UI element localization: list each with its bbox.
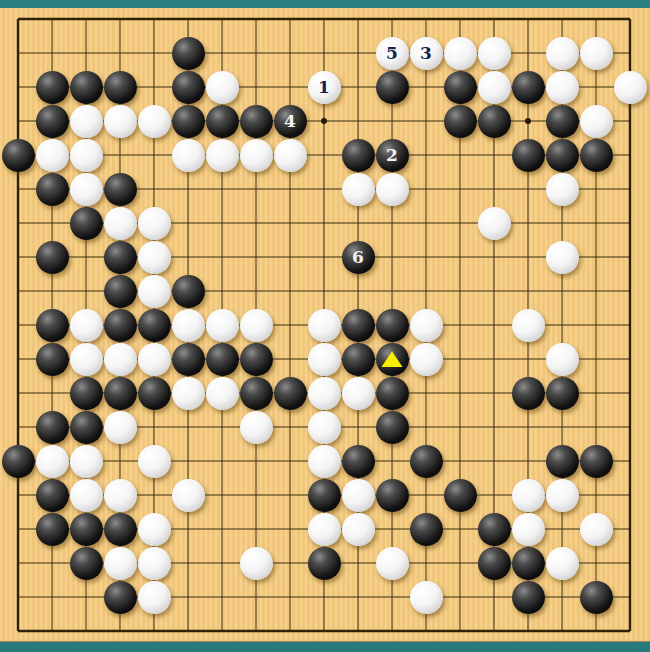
- stone-white: [308, 513, 341, 546]
- stone-black: [342, 241, 375, 274]
- stone-black: [240, 377, 273, 410]
- stone-black: [104, 173, 137, 206]
- stone-black: [138, 377, 171, 410]
- stone-black: [172, 105, 205, 138]
- stone-white: [138, 241, 171, 274]
- stone-black: [2, 139, 35, 172]
- stone-white: [240, 139, 273, 172]
- stone-black: [376, 377, 409, 410]
- stone-white: [342, 173, 375, 206]
- stone-white: [70, 445, 103, 478]
- stone-white: [546, 479, 579, 512]
- stone-black: [410, 513, 443, 546]
- stone-white: [206, 139, 239, 172]
- stone-black: [444, 71, 477, 104]
- stone-black: [70, 411, 103, 444]
- stone-white: [308, 377, 341, 410]
- star-point: [525, 118, 531, 124]
- stone-black: [240, 343, 273, 376]
- stone-black: [36, 241, 69, 274]
- stone-black: [444, 105, 477, 138]
- stone-white: [104, 547, 137, 580]
- stone-black: [70, 207, 103, 240]
- stone-black: [70, 377, 103, 410]
- stone-white: [240, 547, 273, 580]
- stone-white: [138, 513, 171, 546]
- stone-white: [546, 37, 579, 70]
- stone-black: [104, 513, 137, 546]
- stone-white: [172, 139, 205, 172]
- stone-white: [138, 547, 171, 580]
- stone-white: [70, 343, 103, 376]
- stone-white: [206, 309, 239, 342]
- stone-white: [478, 207, 511, 240]
- stone-black: [36, 479, 69, 512]
- stone-black: [376, 479, 409, 512]
- stone-black: [36, 71, 69, 104]
- stone-white: [70, 309, 103, 342]
- stone-white: [70, 173, 103, 206]
- stone-white: [512, 309, 545, 342]
- stone-black: [410, 445, 443, 478]
- stone-black: [308, 479, 341, 512]
- stone-white: [308, 309, 341, 342]
- stone-white: [274, 139, 307, 172]
- stone-white: [478, 71, 511, 104]
- stone-white: [104, 207, 137, 240]
- stone-white: [342, 513, 375, 546]
- stone-black: [104, 275, 137, 308]
- stone-black: [580, 581, 613, 614]
- stone-black: [104, 309, 137, 342]
- stone-black: [206, 343, 239, 376]
- stone-black: [2, 445, 35, 478]
- stone-black: [206, 105, 239, 138]
- stone-white: [410, 309, 443, 342]
- stone-white: [138, 581, 171, 614]
- stone-black: [546, 105, 579, 138]
- stone-white: [580, 105, 613, 138]
- stone-white: [512, 479, 545, 512]
- stone-white: [580, 513, 613, 546]
- stone-black: [546, 139, 579, 172]
- stone-white: [36, 445, 69, 478]
- stone-black: [376, 71, 409, 104]
- stone-white: [410, 581, 443, 614]
- stone-white: [478, 37, 511, 70]
- stone-black: [478, 547, 511, 580]
- go-board-screenshot: 123456: [0, 0, 650, 652]
- stone-white: [104, 343, 137, 376]
- stone-black: [36, 309, 69, 342]
- stone-white: [308, 71, 341, 104]
- stone-white: [104, 105, 137, 138]
- stone-white: [206, 377, 239, 410]
- stone-white: [172, 479, 205, 512]
- stone-black: [104, 241, 137, 274]
- stone-black: [104, 377, 137, 410]
- stone-white: [36, 139, 69, 172]
- stone-white: [104, 479, 137, 512]
- stone-white: [70, 105, 103, 138]
- stone-black: [342, 343, 375, 376]
- stone-black: [240, 105, 273, 138]
- stone-white: [70, 479, 103, 512]
- stone-white: [580, 37, 613, 70]
- stone-white: [546, 173, 579, 206]
- stone-black: [274, 105, 307, 138]
- stone-black: [70, 513, 103, 546]
- stone-black: [36, 173, 69, 206]
- stone-black: [376, 411, 409, 444]
- stone-white: [308, 411, 341, 444]
- stone-black: [36, 105, 69, 138]
- star-point: [321, 118, 327, 124]
- stone-white: [138, 343, 171, 376]
- stone-black: [546, 445, 579, 478]
- stone-white: [546, 241, 579, 274]
- stone-black: [512, 581, 545, 614]
- stone-white: [240, 309, 273, 342]
- stone-black: [172, 275, 205, 308]
- stone-black: [512, 71, 545, 104]
- stone-black: [376, 139, 409, 172]
- stone-black: [104, 71, 137, 104]
- stone-black: [580, 139, 613, 172]
- stone-black: [172, 343, 205, 376]
- stone-black: [512, 547, 545, 580]
- stone-black: [104, 581, 137, 614]
- stone-white: [206, 71, 239, 104]
- stone-white: [240, 411, 273, 444]
- stone-white: [376, 547, 409, 580]
- stone-white: [614, 71, 647, 104]
- stone-white: [546, 71, 579, 104]
- stone-white: [308, 445, 341, 478]
- stone-black: [172, 71, 205, 104]
- stone-white: [546, 547, 579, 580]
- stone-black: [36, 411, 69, 444]
- stone-black: [36, 513, 69, 546]
- stone-black: [308, 547, 341, 580]
- stone-black: [376, 343, 409, 376]
- stone-black: [342, 309, 375, 342]
- stone-white: [138, 275, 171, 308]
- stone-white: [410, 37, 443, 70]
- stone-white: [172, 309, 205, 342]
- stone-black: [172, 37, 205, 70]
- stone-white: [410, 343, 443, 376]
- stone-white: [138, 207, 171, 240]
- stone-black: [376, 309, 409, 342]
- stone-black: [546, 377, 579, 410]
- stone-black: [580, 445, 613, 478]
- stone-white: [342, 479, 375, 512]
- stone-black: [512, 139, 545, 172]
- stone-black: [70, 71, 103, 104]
- stone-black: [512, 377, 545, 410]
- stone-black: [342, 139, 375, 172]
- stone-white: [376, 37, 409, 70]
- stone-white: [138, 105, 171, 138]
- stone-black: [138, 309, 171, 342]
- stone-white: [70, 139, 103, 172]
- stone-white: [512, 513, 545, 546]
- stone-white: [546, 343, 579, 376]
- stone-white: [342, 377, 375, 410]
- stone-white: [308, 343, 341, 376]
- stone-white: [376, 173, 409, 206]
- stone-black: [478, 513, 511, 546]
- stone-white: [172, 377, 205, 410]
- stone-black: [70, 547, 103, 580]
- stone-white: [138, 445, 171, 478]
- stone-white: [104, 411, 137, 444]
- stone-black: [342, 445, 375, 478]
- stone-black: [444, 479, 477, 512]
- stone-white: [444, 37, 477, 70]
- stone-black: [274, 377, 307, 410]
- stone-black: [478, 105, 511, 138]
- stone-black: [36, 343, 69, 376]
